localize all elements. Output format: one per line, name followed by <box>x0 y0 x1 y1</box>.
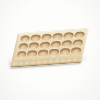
pit[interactable] <box>74 31 85 39</box>
mancala-board <box>12 28 89 62</box>
pit[interactable] <box>16 51 27 59</box>
pit[interactable] <box>30 34 41 42</box>
pit[interactable] <box>52 32 63 40</box>
pit[interactable] <box>41 33 52 41</box>
pit[interactable] <box>59 48 70 56</box>
pit[interactable] <box>28 42 39 50</box>
pit[interactable] <box>37 50 48 58</box>
pit[interactable] <box>63 32 74 40</box>
pit[interactable] <box>18 43 29 51</box>
pit[interactable] <box>50 41 61 49</box>
photo-background <box>0 0 100 100</box>
pit[interactable] <box>19 35 30 43</box>
pit[interactable] <box>39 41 50 49</box>
pit[interactable] <box>27 51 38 59</box>
pit[interactable] <box>70 48 81 56</box>
pit[interactable] <box>61 40 72 48</box>
pit[interactable] <box>48 49 59 57</box>
pit[interactable] <box>72 39 83 47</box>
